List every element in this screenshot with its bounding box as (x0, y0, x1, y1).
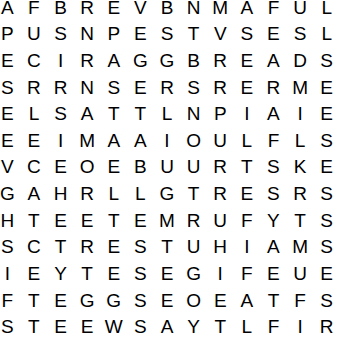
letter-cell[interactable]: A (100, 127, 127, 154)
letter-cell[interactable]: G (154, 47, 181, 74)
letter-cell[interactable]: S (127, 234, 154, 261)
letter-cell[interactable]: S (47, 21, 74, 48)
letter-cell[interactable]: L (313, 0, 337, 21)
letter-cell[interactable]: R (207, 74, 234, 101)
letter-cell[interactable]: G (180, 260, 207, 287)
letter-cell[interactable]: S (0, 313, 21, 337)
letter-cell[interactable]: U (154, 154, 181, 181)
letter-cell[interactable]: T (180, 180, 207, 207)
letter-cell[interactable]: W (100, 313, 127, 337)
letter-cell[interactable]: S (0, 234, 21, 261)
letter-cell[interactable]: S (0, 74, 21, 101)
letter-cell[interactable]: I (0, 260, 21, 287)
letter-cell[interactable]: A (100, 47, 127, 74)
letter-cell[interactable]: E (260, 260, 287, 287)
letter-cell[interactable]: S (234, 21, 261, 48)
letter-cell[interactable]: E (234, 180, 261, 207)
letter-cell[interactable]: E (21, 260, 48, 287)
word-search-grid: AFBREVBNMAFULPUSNPESTVSESLECIRAGGBREADSS… (0, 0, 337, 337)
letter-cell[interactable]: Y (260, 207, 287, 234)
letter-cell[interactable]: S (313, 127, 337, 154)
letter-cell[interactable]: E (127, 207, 154, 234)
letter-cell[interactable]: N (180, 100, 207, 127)
letter-cell[interactable]: V (0, 154, 21, 181)
letter-cell[interactable]: E (0, 47, 21, 74)
letter-cell[interactable]: G (74, 287, 101, 314)
letter-cell[interactable]: F (234, 207, 261, 234)
letter-cell[interactable]: E (100, 260, 127, 287)
letter-cell[interactable]: L (287, 127, 314, 154)
letter-cell[interactable]: P (0, 21, 21, 48)
letter-cell[interactable]: E (21, 127, 48, 154)
letter-cell[interactable]: B (47, 0, 74, 21)
letter-cell[interactable]: T (100, 207, 127, 234)
letter-cell[interactable]: I (154, 127, 181, 154)
letter-cell[interactable]: C (21, 47, 48, 74)
letter-cell[interactable]: A (260, 234, 287, 261)
letter-cell[interactable]: U (207, 127, 234, 154)
letter-cell[interactable]: S (180, 74, 207, 101)
letter-cell[interactable]: R (313, 313, 337, 337)
letter-cell[interactable]: C (21, 234, 48, 261)
letter-cell[interactable]: O (74, 154, 101, 181)
letter-cell[interactable]: T (21, 313, 48, 337)
letter-cell[interactable]: G (0, 180, 21, 207)
letter-cell[interactable]: E (313, 260, 337, 287)
letter-cell[interactable]: E (0, 127, 21, 154)
letter-cell[interactable]: R (207, 47, 234, 74)
letter-cell[interactable]: A (234, 287, 261, 314)
letter-cell[interactable]: T (207, 313, 234, 337)
letter-cell[interactable]: A (154, 313, 181, 337)
letter-cell[interactable]: Y (47, 260, 74, 287)
letter-cell[interactable]: E (154, 260, 181, 287)
letter-cell[interactable]: R (47, 74, 74, 101)
letter-cell[interactable]: T (47, 234, 74, 261)
letter-cell[interactable]: I (287, 100, 314, 127)
letter-cell[interactable]: A (74, 100, 101, 127)
word-search-page: AFBREVBNMAFULPUSNPESTVSESLECIRAGGBREADSS… (0, 0, 337, 337)
letter-cell[interactable]: E (47, 313, 74, 337)
letter-cell[interactable]: S (287, 21, 314, 48)
letter-cell[interactable]: B (180, 47, 207, 74)
letter-cell[interactable]: E (127, 74, 154, 101)
letter-cell[interactable]: V (127, 0, 154, 21)
letter-cell[interactable]: E (0, 100, 21, 127)
letter-cell[interactable]: S (313, 180, 337, 207)
letter-cell[interactable]: G (100, 287, 127, 314)
letter-cell[interactable]: R (207, 154, 234, 181)
letter-cell[interactable]: T (21, 287, 48, 314)
letter-cell[interactable]: F (234, 260, 261, 287)
letter-cell[interactable]: R (74, 180, 101, 207)
letter-cell[interactable]: M (287, 234, 314, 261)
letter-cell[interactable]: S (260, 180, 287, 207)
letter-cell[interactable]: T (127, 100, 154, 127)
letter-cell[interactable]: M (154, 207, 181, 234)
letter-cell[interactable]: K (287, 154, 314, 181)
letter-cell[interactable]: O (180, 127, 207, 154)
letter-cell[interactable]: E (154, 287, 181, 314)
letter-cell[interactable]: E (260, 21, 287, 48)
letter-cell[interactable]: O (180, 287, 207, 314)
letter-cell[interactable]: L (234, 127, 261, 154)
letter-cell[interactable]: I (234, 234, 261, 261)
letter-cell[interactable]: T (21, 207, 48, 234)
letter-cell[interactable]: U (21, 21, 48, 48)
letter-cell[interactable]: S (127, 313, 154, 337)
letter-cell[interactable]: E (313, 74, 337, 101)
letter-cell[interactable]: V (207, 21, 234, 48)
letter-cell[interactable]: E (313, 100, 337, 127)
letter-cell[interactable]: E (234, 47, 261, 74)
letter-cell[interactable]: I (47, 47, 74, 74)
letter-cell[interactable]: E (207, 287, 234, 314)
letter-cell[interactable]: R (260, 74, 287, 101)
letter-cell[interactable]: A (260, 47, 287, 74)
letter-cell[interactable]: S (47, 100, 74, 127)
letter-cell[interactable]: T (287, 207, 314, 234)
letter-cell[interactable]: R (74, 47, 101, 74)
letter-cell[interactable]: S (100, 74, 127, 101)
letter-cell[interactable]: E (74, 313, 101, 337)
letter-cell[interactable]: P (100, 21, 127, 48)
letter-cell[interactable]: A (260, 100, 287, 127)
letter-cell[interactable]: R (287, 180, 314, 207)
letter-cell[interactable]: U (180, 234, 207, 261)
letter-cell[interactable]: A (127, 127, 154, 154)
letter-cell[interactable]: L (100, 180, 127, 207)
letter-cell[interactable]: F (21, 0, 48, 21)
letter-cell[interactable]: L (234, 313, 261, 337)
letter-cell[interactable]: E (74, 207, 101, 234)
letter-cell[interactable]: I (207, 260, 234, 287)
letter-cell[interactable]: T (260, 287, 287, 314)
letter-cell[interactable]: S (154, 21, 181, 48)
letter-cell[interactable]: F (260, 127, 287, 154)
letter-cell[interactable]: R (207, 180, 234, 207)
letter-cell[interactable]: N (180, 0, 207, 21)
letter-cell[interactable]: I (47, 127, 74, 154)
letter-cell[interactable]: U (180, 154, 207, 181)
letter-cell[interactable]: E (100, 234, 127, 261)
letter-cell[interactable]: C (21, 154, 48, 181)
letter-cell[interactable]: R (180, 207, 207, 234)
letter-cell[interactable]: I (287, 313, 314, 337)
letter-cell[interactable]: M (74, 127, 101, 154)
letter-cell[interactable]: S (127, 287, 154, 314)
letter-cell[interactable]: S (313, 287, 337, 314)
letter-cell[interactable]: U (287, 0, 314, 21)
letter-cell[interactable]: H (207, 234, 234, 261)
letter-cell[interactable]: G (127, 47, 154, 74)
letter-cell[interactable]: U (287, 260, 314, 287)
letter-cell[interactable]: P (207, 100, 234, 127)
letter-cell[interactable]: E (100, 0, 127, 21)
letter-cell[interactable]: E (313, 154, 337, 181)
letter-cell[interactable]: H (47, 180, 74, 207)
letter-cell[interactable]: L (313, 21, 337, 48)
letter-cell[interactable]: Y (180, 313, 207, 337)
letter-cell[interactable]: M (207, 0, 234, 21)
letter-cell[interactable]: R (21, 74, 48, 101)
letter-cell[interactable]: S (313, 47, 337, 74)
letter-cell[interactable]: U (207, 207, 234, 234)
letter-cell[interactable]: N (74, 74, 101, 101)
letter-cell[interactable]: N (74, 21, 101, 48)
letter-cell[interactable]: L (154, 100, 181, 127)
letter-cell[interactable]: S (260, 154, 287, 181)
letter-cell[interactable]: T (180, 21, 207, 48)
letter-cell[interactable]: F (287, 287, 314, 314)
letter-cell[interactable]: T (154, 234, 181, 261)
letter-cell[interactable]: A (21, 180, 48, 207)
letter-cell[interactable]: A (234, 0, 261, 21)
letter-cell[interactable]: E (47, 207, 74, 234)
letter-cell[interactable]: D (287, 47, 314, 74)
letter-cell[interactable]: T (100, 100, 127, 127)
letter-cell[interactable]: G (154, 180, 181, 207)
letter-cell[interactable]: R (74, 0, 101, 21)
letter-cell[interactable]: S (127, 260, 154, 287)
letter-cell[interactable]: E (47, 154, 74, 181)
letter-cell[interactable]: B (154, 0, 181, 21)
letter-cell[interactable]: S (313, 234, 337, 261)
letter-cell[interactable]: L (21, 100, 48, 127)
letter-cell[interactable]: R (154, 74, 181, 101)
letter-cell[interactable]: E (127, 21, 154, 48)
letter-cell[interactable]: M (287, 74, 314, 101)
letter-cell[interactable]: L (127, 180, 154, 207)
letter-cell[interactable]: H (0, 207, 21, 234)
letter-cell[interactable]: F (260, 0, 287, 21)
letter-cell[interactable]: S (313, 207, 337, 234)
letter-cell[interactable]: F (260, 313, 287, 337)
letter-cell[interactable]: B (127, 154, 154, 181)
letter-cell[interactable]: E (100, 154, 127, 181)
letter-cell[interactable]: T (74, 260, 101, 287)
letter-cell[interactable]: E (47, 287, 74, 314)
letter-cell[interactable]: R (74, 234, 101, 261)
letter-cell[interactable]: A (0, 0, 21, 21)
letter-cell[interactable]: F (0, 287, 21, 314)
letter-cell[interactable]: I (234, 100, 261, 127)
letter-cell[interactable]: E (234, 74, 261, 101)
letter-cell[interactable]: T (234, 154, 261, 181)
